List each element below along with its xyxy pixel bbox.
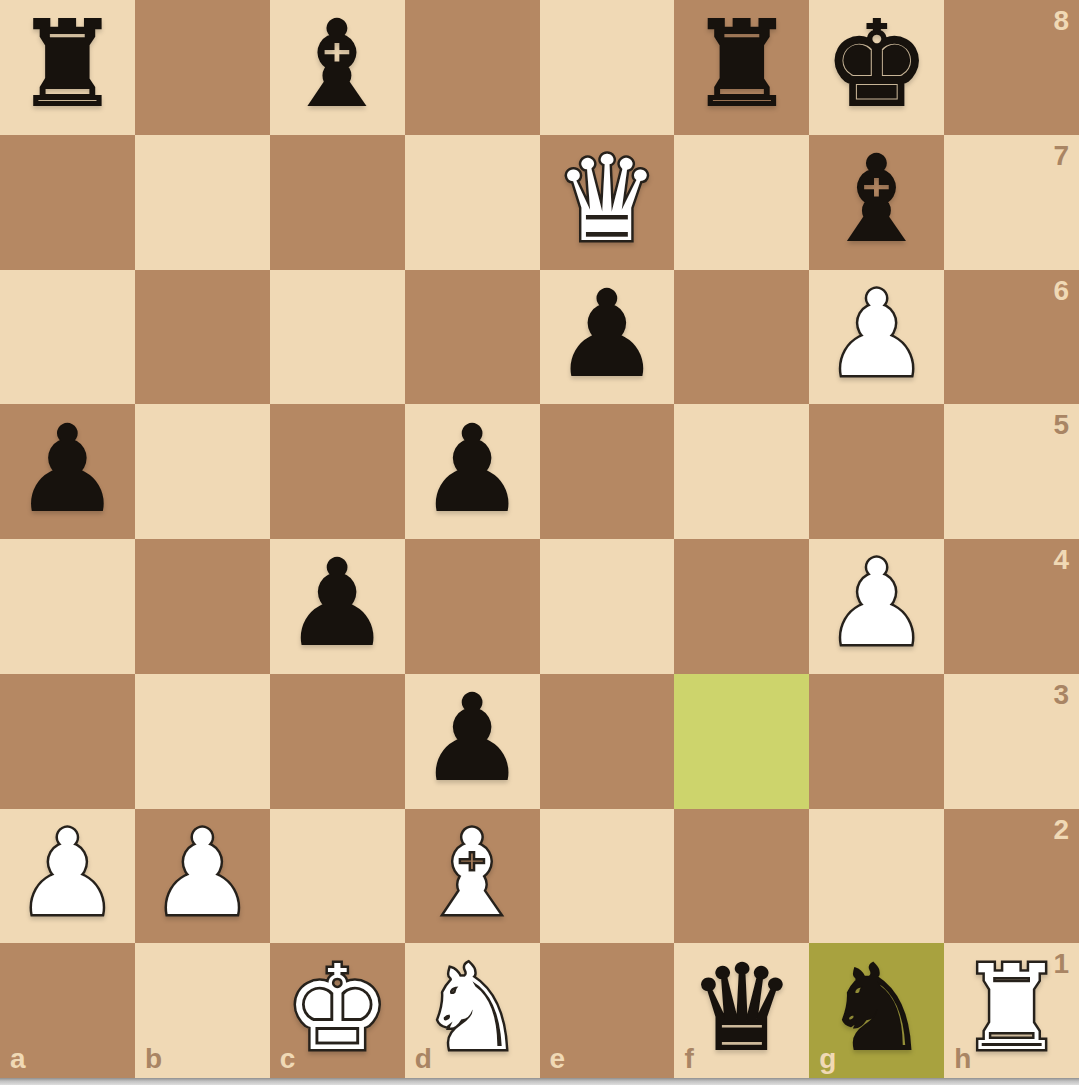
- square-b2[interactable]: ♟: [135, 809, 270, 944]
- square-g6[interactable]: ♟: [809, 270, 944, 405]
- square-h6[interactable]: 6: [944, 270, 1079, 405]
- coord-rank-4: 4: [1053, 546, 1069, 574]
- square-d2[interactable]: ♝: [405, 809, 540, 944]
- square-d4[interactable]: [405, 539, 540, 674]
- piece-black-bishop[interactable]: ♝: [824, 140, 930, 258]
- square-c3[interactable]: [270, 674, 405, 809]
- square-c4[interactable]: ♟: [270, 539, 405, 674]
- piece-black-pawn[interactable]: ♟: [284, 544, 390, 662]
- square-g4[interactable]: ♟: [809, 539, 944, 674]
- square-a1[interactable]: a: [0, 943, 135, 1078]
- square-b6[interactable]: [135, 270, 270, 405]
- square-a8[interactable]: ♜: [0, 0, 135, 135]
- square-c1[interactable]: c♚: [270, 943, 405, 1078]
- square-g7[interactable]: ♝: [809, 135, 944, 270]
- square-a7[interactable]: [0, 135, 135, 270]
- square-a4[interactable]: [0, 539, 135, 674]
- square-e4[interactable]: [540, 539, 675, 674]
- piece-black-knight[interactable]: ♞: [824, 949, 930, 1067]
- square-b8[interactable]: [135, 0, 270, 135]
- coord-rank-2: 2: [1053, 816, 1069, 844]
- piece-white-king[interactable]: ♚: [284, 949, 390, 1067]
- square-a5[interactable]: ♟: [0, 404, 135, 539]
- piece-white-bishop[interactable]: ♝: [419, 814, 525, 932]
- piece-white-rook[interactable]: ♜: [959, 949, 1065, 1067]
- square-d7[interactable]: [405, 135, 540, 270]
- square-e5[interactable]: [540, 404, 675, 539]
- square-e2[interactable]: [540, 809, 675, 944]
- coord-rank-8: 8: [1053, 7, 1069, 35]
- piece-black-king[interactable]: ♚: [824, 5, 930, 123]
- coord-file-a: a: [10, 1045, 26, 1073]
- piece-white-knight[interactable]: ♞: [419, 949, 525, 1067]
- piece-white-queen[interactable]: ♛: [554, 140, 660, 258]
- piece-black-pawn[interactable]: ♟: [554, 275, 660, 393]
- piece-black-queen[interactable]: ♛: [689, 949, 795, 1067]
- square-f8[interactable]: ♜: [674, 0, 809, 135]
- square-h3[interactable]: 3: [944, 674, 1079, 809]
- square-a6[interactable]: [0, 270, 135, 405]
- square-g8[interactable]: ♚: [809, 0, 944, 135]
- square-b5[interactable]: [135, 404, 270, 539]
- piece-white-pawn[interactable]: ♟: [15, 814, 121, 932]
- square-c6[interactable]: [270, 270, 405, 405]
- coord-rank-3: 3: [1053, 681, 1069, 709]
- piece-white-pawn[interactable]: ♟: [824, 275, 930, 393]
- square-d5[interactable]: ♟: [405, 404, 540, 539]
- piece-black-rook[interactable]: ♜: [689, 5, 795, 123]
- piece-black-pawn[interactable]: ♟: [419, 410, 525, 528]
- piece-black-pawn[interactable]: ♟: [15, 410, 121, 528]
- square-f4[interactable]: [674, 539, 809, 674]
- square-g2[interactable]: [809, 809, 944, 944]
- square-g5[interactable]: [809, 404, 944, 539]
- square-f7[interactable]: [674, 135, 809, 270]
- square-c7[interactable]: [270, 135, 405, 270]
- square-d3[interactable]: ♟: [405, 674, 540, 809]
- square-d1[interactable]: d♞: [405, 943, 540, 1078]
- coord-rank-5: 5: [1053, 411, 1069, 439]
- coord-rank-7: 7: [1053, 142, 1069, 170]
- square-g3[interactable]: [809, 674, 944, 809]
- square-h1[interactable]: 1h♜: [944, 943, 1079, 1078]
- square-c5[interactable]: [270, 404, 405, 539]
- coord-file-e: e: [550, 1045, 566, 1073]
- square-b4[interactable]: [135, 539, 270, 674]
- square-d8[interactable]: [405, 0, 540, 135]
- square-e8[interactable]: [540, 0, 675, 135]
- square-b1[interactable]: b: [135, 943, 270, 1078]
- square-e1[interactable]: e: [540, 943, 675, 1078]
- square-b3[interactable]: [135, 674, 270, 809]
- square-h7[interactable]: 7: [944, 135, 1079, 270]
- coord-rank-6: 6: [1053, 277, 1069, 305]
- piece-black-bishop[interactable]: ♝: [284, 5, 390, 123]
- square-h4[interactable]: 4: [944, 539, 1079, 674]
- square-g1[interactable]: g♞: [809, 943, 944, 1078]
- square-e7[interactable]: ♛: [540, 135, 675, 270]
- square-h8[interactable]: 8: [944, 0, 1079, 135]
- piece-white-pawn[interactable]: ♟: [824, 544, 930, 662]
- square-h2[interactable]: 2: [944, 809, 1079, 944]
- square-d6[interactable]: [405, 270, 540, 405]
- square-f3[interactable]: [674, 674, 809, 809]
- piece-white-pawn[interactable]: ♟: [149, 814, 255, 932]
- chess-board: ♜♝♜♚8♛♝7♟♟6♟♟5♟♟4♟3♟♟♝2abc♚d♞ef♛g♞1h♜: [0, 0, 1079, 1078]
- square-f2[interactable]: [674, 809, 809, 944]
- chess-board-window: ♜♝♜♚8♛♝7♟♟6♟♟5♟♟4♟3♟♟♝2abc♚d♞ef♛g♞1h♜: [0, 0, 1079, 1085]
- square-f1[interactable]: f♛: [674, 943, 809, 1078]
- board-bottom-edge: [0, 1078, 1079, 1085]
- square-e6[interactable]: ♟: [540, 270, 675, 405]
- square-b7[interactable]: [135, 135, 270, 270]
- piece-black-rook[interactable]: ♜: [15, 5, 121, 123]
- square-a2[interactable]: ♟: [0, 809, 135, 944]
- square-h5[interactable]: 5: [944, 404, 1079, 539]
- square-e3[interactable]: [540, 674, 675, 809]
- square-c8[interactable]: ♝: [270, 0, 405, 135]
- piece-black-pawn[interactable]: ♟: [419, 679, 525, 797]
- coord-file-b: b: [145, 1045, 162, 1073]
- square-a3[interactable]: [0, 674, 135, 809]
- square-f5[interactable]: [674, 404, 809, 539]
- square-f6[interactable]: [674, 270, 809, 405]
- square-c2[interactable]: [270, 809, 405, 944]
